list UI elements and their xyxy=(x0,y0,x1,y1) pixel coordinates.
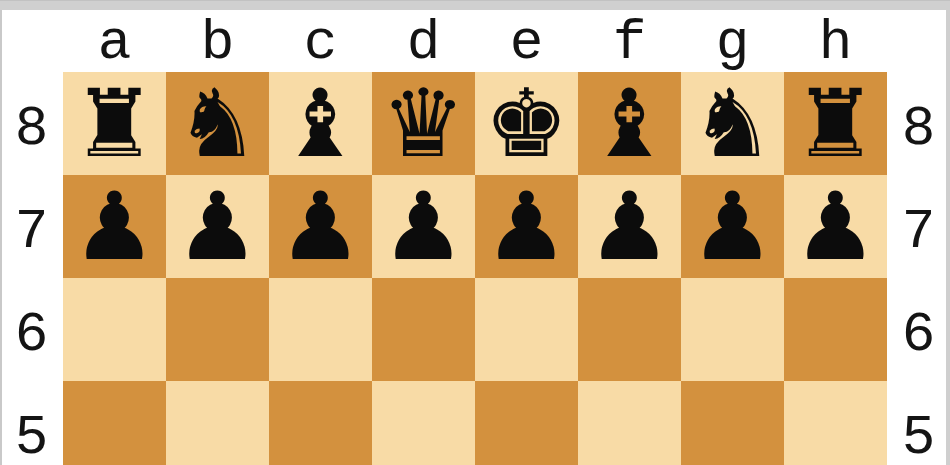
black-pawn[interactable]: ♟ xyxy=(793,175,877,278)
square-g5[interactable] xyxy=(681,381,784,465)
file-labels-row: abcdefgh xyxy=(63,8,887,72)
square-e8[interactable]: ♚ xyxy=(475,72,578,175)
rank-label-left-5: 5 xyxy=(0,381,63,465)
square-d5[interactable] xyxy=(372,381,475,465)
square-h6[interactable] xyxy=(784,278,887,381)
square-b5[interactable] xyxy=(166,381,269,465)
rank-label-left-6: 6 xyxy=(0,278,63,381)
square-c7[interactable]: ♟ xyxy=(269,175,372,278)
file-label-c: c xyxy=(269,8,372,72)
square-h5[interactable] xyxy=(784,381,887,465)
black-knight[interactable]: ♞ xyxy=(175,72,259,175)
square-g8[interactable]: ♞ xyxy=(681,72,784,175)
square-h7[interactable]: ♟ xyxy=(784,175,887,278)
square-d6[interactable] xyxy=(372,278,475,381)
file-label-h: h xyxy=(784,8,887,72)
black-bishop[interactable]: ♝ xyxy=(587,72,671,175)
rank-label-right-8: 8 xyxy=(887,72,950,175)
black-pawn[interactable]: ♟ xyxy=(587,175,671,278)
black-pawn[interactable]: ♟ xyxy=(381,175,465,278)
black-knight[interactable]: ♞ xyxy=(690,72,774,175)
square-a5[interactable] xyxy=(63,381,166,465)
square-c5[interactable] xyxy=(269,381,372,465)
black-pawn[interactable]: ♟ xyxy=(72,175,156,278)
black-queen[interactable]: ♛ xyxy=(381,72,465,175)
square-e6[interactable] xyxy=(475,278,578,381)
file-label-f: f xyxy=(578,8,681,72)
rank-label-right-6: 6 xyxy=(887,278,950,381)
square-f5[interactable] xyxy=(578,381,681,465)
square-c8[interactable]: ♝ xyxy=(269,72,372,175)
black-king[interactable]: ♚ xyxy=(484,72,568,175)
square-g7[interactable]: ♟ xyxy=(681,175,784,278)
square-h8[interactable]: ♜ xyxy=(784,72,887,175)
square-d8[interactable]: ♛ xyxy=(372,72,475,175)
square-f6[interactable] xyxy=(578,278,681,381)
square-g6[interactable] xyxy=(681,278,784,381)
black-pawn[interactable]: ♟ xyxy=(484,175,568,278)
file-label-a: a xyxy=(63,8,166,72)
black-bishop[interactable]: ♝ xyxy=(278,72,362,175)
square-c6[interactable] xyxy=(269,278,372,381)
black-pawn[interactable]: ♟ xyxy=(690,175,774,278)
square-a8[interactable]: ♜ xyxy=(63,72,166,175)
rank-labels-left: 8765 xyxy=(0,72,63,465)
black-rook[interactable]: ♜ xyxy=(793,72,877,175)
file-label-g: g xyxy=(681,8,784,72)
black-pawn[interactable]: ♟ xyxy=(175,175,259,278)
chess-board[interactable]: ♜♞♝♛♚♝♞♜♟♟♟♟♟♟♟♟ xyxy=(63,72,887,465)
chess-board-screenshot: abcdefgh 8765 8765 ♜♞♝♛♚♝♞♜♟♟♟♟♟♟♟♟ xyxy=(0,0,950,465)
rank-label-right-7: 7 xyxy=(887,175,950,278)
square-d7[interactable]: ♟ xyxy=(372,175,475,278)
square-b7[interactable]: ♟ xyxy=(166,175,269,278)
square-b6[interactable] xyxy=(166,278,269,381)
rank-labels-right: 8765 xyxy=(887,72,950,465)
square-f8[interactable]: ♝ xyxy=(578,72,681,175)
square-b8[interactable]: ♞ xyxy=(166,72,269,175)
rank-label-left-8: 8 xyxy=(0,72,63,175)
square-a6[interactable] xyxy=(63,278,166,381)
square-e5[interactable] xyxy=(475,381,578,465)
square-a7[interactable]: ♟ xyxy=(63,175,166,278)
file-label-e: e xyxy=(475,8,578,72)
black-rook[interactable]: ♜ xyxy=(72,72,156,175)
black-pawn[interactable]: ♟ xyxy=(278,175,362,278)
square-e7[interactable]: ♟ xyxy=(475,175,578,278)
rank-label-left-7: 7 xyxy=(0,175,63,278)
square-f7[interactable]: ♟ xyxy=(578,175,681,278)
file-label-b: b xyxy=(166,8,269,72)
rank-label-right-5: 5 xyxy=(887,381,950,465)
file-label-d: d xyxy=(372,8,475,72)
